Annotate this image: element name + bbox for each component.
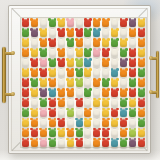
- grid-cell: [21, 107, 30, 117]
- grid-cell: [57, 137, 66, 147]
- gummy-bear-clear: [58, 139, 65, 147]
- grid-cell: [75, 78, 84, 88]
- grid-cell: [119, 48, 128, 58]
- grid-cell: [101, 107, 110, 117]
- grid-cell: [66, 127, 75, 137]
- gummy-bear-purple: [120, 59, 127, 67]
- grid-cell: [137, 28, 146, 38]
- grid-cell: [137, 97, 146, 107]
- gummy-bear-yellow: [111, 79, 118, 87]
- gummy-bear-red: [49, 99, 56, 107]
- grid-cell: [75, 97, 84, 107]
- gummy-bear-clear: [111, 19, 118, 27]
- grid-cell: [66, 97, 75, 107]
- gummy-bear-orange: [93, 79, 100, 87]
- gummy-bear-clear: [84, 99, 91, 107]
- gummy-bear-yellow: [138, 19, 145, 27]
- gummy-bear-orange: [40, 39, 47, 47]
- grid-cell: [39, 38, 48, 48]
- grid-cell: [128, 68, 137, 78]
- handle-knob: [149, 90, 153, 94]
- grid-cell: [110, 87, 119, 97]
- grid-cell: [119, 68, 128, 78]
- grid-cell: [39, 97, 48, 107]
- gummy-bear-yellow: [111, 119, 118, 127]
- grid-cell: [66, 78, 75, 88]
- grid-cell: [39, 78, 48, 88]
- gummy-bear-green: [49, 19, 56, 27]
- grid-cell: [128, 137, 137, 147]
- gummy-bear-pink: [93, 49, 100, 57]
- grid-cell: [66, 137, 75, 147]
- gummy-bear-yellow: [102, 39, 109, 47]
- gummy-bear-red: [22, 89, 29, 97]
- grid-cell: [48, 48, 57, 58]
- gummy-bear-clear: [93, 89, 100, 97]
- gummy-bear-red: [76, 29, 83, 37]
- grid-cell: [101, 87, 110, 97]
- grid-cell: [101, 28, 110, 38]
- grid-cell: [128, 87, 137, 97]
- gummy-bear-red: [49, 39, 56, 47]
- grid-cell: [66, 107, 75, 117]
- grid-cell: [101, 68, 110, 78]
- gummy-bear-green: [76, 69, 83, 77]
- gummy-bear-yellow: [67, 79, 74, 87]
- gummy-bear-red: [129, 69, 136, 77]
- grid-cell: [66, 117, 75, 127]
- gummy-bear-orange: [67, 29, 74, 37]
- gummy-bear-yellow: [102, 109, 109, 117]
- gummy-bear-orange: [49, 79, 56, 87]
- grid-cell: [39, 87, 48, 97]
- gummy-bear-clear: [84, 79, 91, 87]
- grid-cell: [110, 38, 119, 48]
- gummy-bear-green: [31, 79, 38, 87]
- grid-cell: [128, 28, 137, 38]
- left-handle-post: [5, 93, 14, 96]
- grid-cell: [84, 18, 93, 28]
- gummy-bear-orange: [31, 69, 38, 77]
- grid-cell: [137, 87, 146, 97]
- grid-cell: [21, 87, 30, 97]
- gummy-bear-green: [84, 89, 91, 97]
- grid-cell: [39, 58, 48, 68]
- grid-cell: [137, 68, 146, 78]
- grid-cell: [84, 38, 93, 48]
- gummy-bear-yellow: [58, 129, 65, 137]
- gummy-bear-clear: [84, 39, 91, 47]
- gummy-bear-red: [22, 19, 29, 27]
- gummy-bear-red: [22, 139, 29, 147]
- gummy-bear-purple: [31, 29, 38, 37]
- left-handle-post: [5, 52, 14, 55]
- gummy-bear-grid: [21, 18, 146, 147]
- gummy-bear-red: [102, 49, 109, 57]
- grid-cell: [39, 18, 48, 28]
- grid-cell: [128, 127, 137, 137]
- gummy-bear-orange: [102, 119, 109, 127]
- gummy-bear-teal: [111, 139, 118, 147]
- gummy-bear-clear: [120, 29, 127, 37]
- gummy-bear-clear: [58, 109, 65, 117]
- grid-cell: [30, 18, 39, 28]
- grid-cell: [101, 97, 110, 107]
- gummy-bear-purple: [40, 89, 47, 97]
- grid-cell: [39, 107, 48, 117]
- grid-cell: [92, 68, 101, 78]
- gummy-bear-red: [58, 29, 65, 37]
- grid-cell: [21, 18, 30, 28]
- gummy-bear-yellow: [22, 39, 29, 47]
- grid-cell: [48, 28, 57, 38]
- gummy-bear-yellow: [120, 39, 127, 47]
- grid-cell: [21, 48, 30, 58]
- gummy-bear-lime: [76, 59, 83, 67]
- grid-cell: [21, 68, 30, 78]
- gummy-bear-orange: [102, 89, 109, 97]
- grid-cell: [137, 117, 146, 127]
- grid-cell: [48, 117, 57, 127]
- resin-base: [20, 17, 147, 148]
- grid-cell: [57, 48, 66, 58]
- gummy-bear-yellow: [84, 119, 91, 127]
- grid-cell: [137, 137, 146, 147]
- grid-cell: [92, 78, 101, 88]
- grid-cell: [48, 87, 57, 97]
- grid-cell: [57, 38, 66, 48]
- grid-cell: [21, 127, 30, 137]
- grid-cell: [92, 127, 101, 137]
- gummy-bear-red: [129, 49, 136, 57]
- gummy-bear-red: [120, 119, 127, 127]
- right-handle-post: [150, 57, 157, 60]
- grid-cell: [110, 48, 119, 58]
- grid-cell: [21, 137, 30, 147]
- grid-cell: [30, 68, 39, 78]
- grid-cell: [21, 78, 30, 88]
- grid-cell: [75, 107, 84, 117]
- gummy-bear-yellow: [111, 29, 118, 37]
- gummy-bear-yellow: [84, 69, 91, 77]
- gummy-bear-green: [40, 49, 47, 57]
- gummy-bear-red: [58, 59, 65, 67]
- gummy-bear-yellow: [129, 99, 136, 107]
- gummy-bear-red: [138, 99, 145, 107]
- gummy-bear-green: [120, 139, 127, 147]
- grid-cell: [75, 48, 84, 58]
- gummy-bear-clear: [58, 69, 65, 77]
- gummy-bear-clear: [129, 39, 136, 47]
- grid-cell: [92, 137, 101, 147]
- grid-cell: [128, 18, 137, 28]
- grid-cell: [39, 137, 48, 147]
- right-handle-post: [150, 91, 157, 94]
- gummy-bear-clear: [76, 89, 83, 97]
- grid-cell: [84, 127, 93, 137]
- gummy-bear-orange: [138, 79, 145, 87]
- gummy-bear-lime: [76, 79, 83, 87]
- gummy-bear-red: [31, 129, 38, 137]
- gummy-bear-green: [67, 39, 74, 47]
- gummy-bear-red: [129, 59, 136, 67]
- gummy-bear-teal: [84, 59, 91, 67]
- grid-cell: [101, 127, 110, 137]
- grid-cell: [21, 97, 30, 107]
- grid-cell: [57, 28, 66, 38]
- grid-cell: [39, 48, 48, 58]
- gummy-bear-clear: [111, 99, 118, 107]
- gummy-bear-clear: [58, 39, 65, 47]
- gummy-bear-pink: [40, 139, 47, 147]
- grid-cell: [30, 97, 39, 107]
- gummy-bear-clear: [111, 59, 118, 67]
- gummy-bear-purple: [129, 139, 136, 147]
- grid-cell: [66, 68, 75, 78]
- grid-cell: [92, 18, 101, 28]
- grid-cell: [30, 48, 39, 58]
- gummy-bear-green: [76, 129, 83, 137]
- grid-cell: [39, 68, 48, 78]
- gummy-bear-red: [111, 89, 118, 97]
- gummy-bear-orange: [138, 109, 145, 117]
- grid-cell: [48, 137, 57, 147]
- grid-cell: [92, 38, 101, 48]
- gummy-bear-orange: [49, 119, 56, 127]
- grid-cell: [30, 127, 39, 137]
- grid-cell: [39, 117, 48, 127]
- gummy-bear-clear: [40, 119, 47, 127]
- gummy-bear-red: [31, 59, 38, 67]
- gummy-bear-purple: [129, 19, 136, 27]
- grid-cell: [48, 18, 57, 28]
- grid-cell: [75, 18, 84, 28]
- gummy-bear-yellow: [138, 129, 145, 137]
- grid-cell: [75, 58, 84, 68]
- grid-cell: [75, 38, 84, 48]
- gummy-bear-clear: [102, 69, 109, 77]
- gummy-bear-red: [102, 129, 109, 137]
- gummy-bear-red: [138, 139, 145, 147]
- grid-cell: [92, 58, 101, 68]
- grid-cell: [30, 87, 39, 97]
- gummy-bear-orange: [22, 129, 29, 137]
- grid-cell: [101, 137, 110, 147]
- grid-cell: [84, 87, 93, 97]
- gummy-bear-clear: [93, 109, 100, 117]
- grid-cell: [110, 78, 119, 88]
- gummy-bear-orange: [31, 119, 38, 127]
- gummy-bear-green: [138, 119, 145, 127]
- grid-cell: [119, 117, 128, 127]
- gummy-bear-orange: [102, 59, 109, 67]
- gummy-bear-orange: [120, 69, 127, 77]
- gummy-bear-yellow: [40, 29, 47, 37]
- grid-cell: [128, 58, 137, 68]
- grid-cell: [57, 117, 66, 127]
- photo-scene: [0, 0, 160, 160]
- grid-cell: [66, 48, 75, 58]
- gummy-bear-clear: [111, 129, 118, 137]
- gummy-bear-green: [129, 109, 136, 117]
- grid-cell: [110, 68, 119, 78]
- gummy-bear-clear: [49, 29, 56, 37]
- gummy-bear-orange: [138, 39, 145, 47]
- gummy-bear-red: [58, 119, 65, 127]
- grid-cell: [66, 38, 75, 48]
- gummy-bear-orange: [138, 59, 145, 67]
- grid-cell: [57, 87, 66, 97]
- grid-cell: [75, 87, 84, 97]
- grid-cell: [48, 58, 57, 68]
- grid-cell: [110, 58, 119, 68]
- grid-cell: [110, 137, 119, 147]
- grid-cell: [128, 97, 137, 107]
- gummy-bear-red: [76, 99, 83, 107]
- grid-cell: [128, 107, 137, 117]
- grid-cell: [119, 107, 128, 117]
- grid-cell: [137, 127, 146, 137]
- gummy-bear-clear: [84, 139, 91, 147]
- grid-cell: [110, 97, 119, 107]
- grid-cell: [48, 38, 57, 48]
- grid-cell: [66, 58, 75, 68]
- grid-cell: [57, 18, 66, 28]
- gummy-bear-yellow: [138, 49, 145, 57]
- grid-cell: [66, 87, 75, 97]
- grid-cell: [92, 97, 101, 107]
- gummy-bear-orange: [58, 99, 65, 107]
- grid-cell: [57, 68, 66, 78]
- grid-cell: [137, 58, 146, 68]
- gummy-bear-clear: [67, 49, 74, 57]
- grid-cell: [30, 117, 39, 127]
- grid-cell: [101, 48, 110, 58]
- grid-cell: [39, 127, 48, 137]
- grid-cell: [119, 127, 128, 137]
- grid-cell: [84, 68, 93, 78]
- gummy-bear-red: [49, 109, 56, 117]
- gummy-bear-orange: [67, 129, 74, 137]
- gummy-bear-red: [93, 129, 100, 137]
- gummy-bear-yellow: [58, 19, 65, 27]
- grid-cell: [21, 28, 30, 38]
- gummy-bear-yellow: [31, 109, 38, 117]
- grid-cell: [66, 18, 75, 28]
- grid-cell: [92, 87, 101, 97]
- gummy-bear-clear: [93, 59, 100, 67]
- grid-cell: [57, 127, 66, 137]
- grid-cell: [128, 48, 137, 58]
- gummy-bear-orange: [31, 139, 38, 147]
- grid-cell: [128, 117, 137, 127]
- grid-cell: [84, 48, 93, 58]
- grid-cell: [21, 38, 30, 48]
- grid-cell: [57, 97, 66, 107]
- grid-cell: [75, 28, 84, 38]
- grid-cell: [84, 78, 93, 88]
- grid-cell: [137, 107, 146, 117]
- gummy-bear-clear: [67, 99, 74, 107]
- gummy-bear-green: [84, 29, 91, 37]
- grid-cell: [39, 28, 48, 38]
- gummy-bear-yellow: [31, 49, 38, 57]
- gummy-bear-teal: [76, 119, 83, 127]
- gummy-bear-clear: [67, 119, 74, 127]
- gummy-bear-orange: [93, 19, 100, 27]
- gummy-bear-orange: [67, 69, 74, 77]
- grid-cell: [119, 38, 128, 48]
- gummy-bear-red: [120, 19, 127, 27]
- grid-cell: [30, 78, 39, 88]
- grid-cell: [48, 68, 57, 78]
- gummy-bear-orange: [102, 19, 109, 27]
- grid-cell: [110, 127, 119, 137]
- gummy-bear-clear: [31, 99, 38, 107]
- gummy-bear-pink: [40, 109, 47, 117]
- grid-cell: [110, 28, 119, 38]
- grid-cell: [57, 58, 66, 68]
- gummy-bear-orange: [84, 109, 91, 117]
- gummy-bear-green: [84, 49, 91, 57]
- grid-cell: [84, 97, 93, 107]
- gummy-bear-pink: [40, 59, 47, 67]
- grid-cell: [84, 58, 93, 68]
- gummy-bear-clear: [58, 79, 65, 87]
- gummy-bear-green: [22, 29, 29, 37]
- gummy-bear-green: [111, 39, 118, 47]
- gummy-bear-orange: [67, 89, 74, 97]
- grid-cell: [119, 78, 128, 88]
- grid-cell: [21, 58, 30, 68]
- gummy-bear-orange: [58, 89, 65, 97]
- grid-cell: [101, 38, 110, 48]
- gummy-bear-yellow: [76, 49, 83, 57]
- grid-cell: [119, 97, 128, 107]
- grid-cell: [84, 107, 93, 117]
- grid-cell: [57, 107, 66, 117]
- grid-cell: [75, 127, 84, 137]
- gummy-bear-clear: [84, 129, 91, 137]
- grid-cell: [110, 18, 119, 28]
- gummy-bear-clear: [111, 49, 118, 57]
- grid-cell: [48, 107, 57, 117]
- grid-cell: [21, 117, 30, 127]
- gummy-bear-lime: [67, 109, 74, 117]
- grid-cell: [30, 38, 39, 48]
- gummy-bear-yellow: [31, 89, 38, 97]
- gummy-bear-orange: [76, 39, 83, 47]
- gummy-bear-yellow: [49, 69, 56, 77]
- grid-cell: [137, 18, 146, 28]
- grid-cell: [119, 58, 128, 68]
- gummy-bear-clear: [49, 49, 56, 57]
- gummy-bear-green: [22, 109, 29, 117]
- grid-cell: [92, 117, 101, 127]
- grid-cell: [66, 28, 75, 38]
- gummy-bear-teal: [111, 69, 118, 77]
- grid-cell: [101, 78, 110, 88]
- gummy-bear-teal: [120, 109, 127, 117]
- gummy-bear-red: [40, 69, 47, 77]
- grid-cell: [92, 107, 101, 117]
- handle-knob: [11, 92, 15, 96]
- grid-cell: [92, 48, 101, 58]
- grid-cell: [75, 137, 84, 147]
- handle-knob: [149, 56, 153, 60]
- grid-cell: [101, 18, 110, 28]
- grid-cell: [57, 78, 66, 88]
